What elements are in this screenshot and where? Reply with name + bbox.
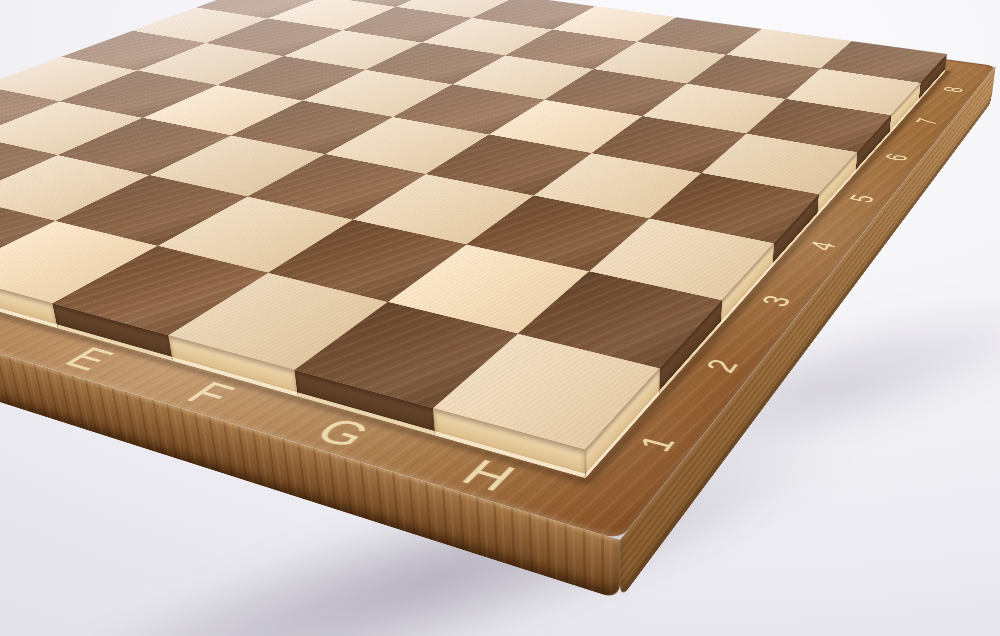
chess-board: ABCDEFGH 87654321 <box>0 0 996 540</box>
rank-label-text: 2 <box>697 356 747 376</box>
rank-label-text: 6 <box>878 152 915 163</box>
rank-label-text: 5 <box>842 192 882 204</box>
scene: ABCDEFGH 87654321 <box>0 0 1000 636</box>
file-label-text: D <box>0 310 16 344</box>
rank-label-text: 1 <box>629 431 684 455</box>
product-photo-stage: ABCDEFGH 87654321 <box>0 0 1000 636</box>
file-label-d: D <box>0 298 58 356</box>
file-label-text: F <box>175 375 247 414</box>
rank-label-text: 7 <box>909 117 944 127</box>
rank-label-text: 4 <box>801 239 844 253</box>
rank-label-text: 3 <box>753 292 799 309</box>
file-label-text: H <box>451 452 527 500</box>
file-label-text: E <box>53 341 127 377</box>
rank-label-text: 8 <box>937 85 970 93</box>
